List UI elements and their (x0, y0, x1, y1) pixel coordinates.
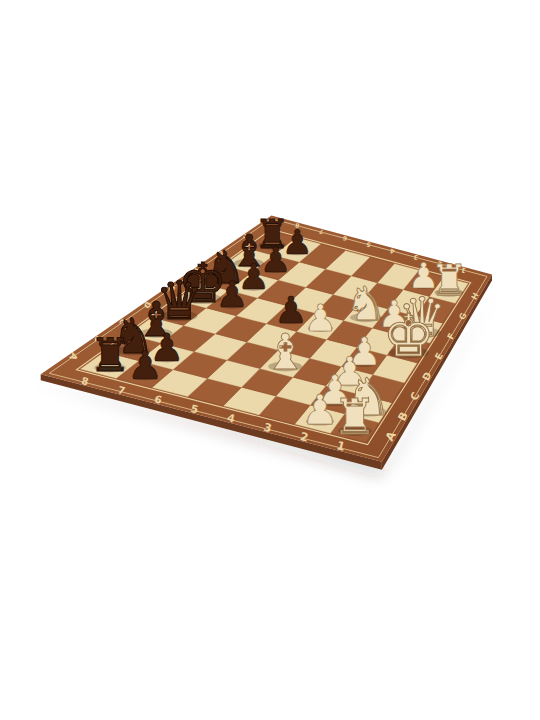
piece-white-bishop-c4[interactable]: ♝ (263, 323, 307, 381)
piece-black-pawn-e7[interactable]: ♟ (216, 273, 249, 316)
product-photo-canvas: AABBCCDDEEFFGGHH1122334455667788♜♟♝♟♞♟♟♜… (0, 0, 540, 720)
piece-white-rook-a1[interactable]: ♜ (333, 388, 377, 446)
chess-board: AABBCCDDEEFFGGHH1122334455667788♜♟♝♟♞♟♟♜… (0, 0, 540, 720)
piece-white-king-e1[interactable]: ♚ (383, 302, 435, 370)
piece-black-pawn-a7[interactable]: ♟ (127, 343, 162, 388)
piece-white-pawn-e4[interactable]: ♟ (304, 296, 337, 340)
piece-black-rook-a8[interactable]: ♜ (89, 328, 130, 382)
